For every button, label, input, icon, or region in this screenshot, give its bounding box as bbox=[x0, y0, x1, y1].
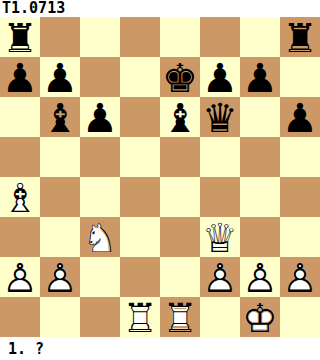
white-pawn-piece-outline: ♙ bbox=[0, 257, 40, 297]
white-king-piece: ♚ bbox=[240, 297, 280, 337]
square-g8[interactable] bbox=[240, 17, 280, 57]
square-h6[interactable]: ♟ bbox=[280, 97, 320, 137]
square-g7[interactable]: ♟ bbox=[240, 57, 280, 97]
square-b2[interactable]: ♟♙ bbox=[40, 257, 80, 297]
square-g4[interactable] bbox=[240, 177, 280, 217]
square-f8[interactable] bbox=[200, 17, 240, 57]
square-b4[interactable] bbox=[40, 177, 80, 217]
square-d7[interactable] bbox=[120, 57, 160, 97]
black-rook-piece: ♜ bbox=[280, 17, 320, 57]
square-d3[interactable] bbox=[120, 217, 160, 257]
square-a5[interactable] bbox=[0, 137, 40, 177]
white-pawn-piece: ♟ bbox=[40, 257, 80, 297]
white-pawn-piece-outline: ♙ bbox=[240, 257, 280, 297]
square-e4[interactable] bbox=[160, 177, 200, 217]
square-g1[interactable]: ♚♔ bbox=[240, 297, 280, 337]
black-pawn-piece: ♟ bbox=[0, 57, 40, 97]
square-e7[interactable]: ♚ bbox=[160, 57, 200, 97]
white-pawn-piece: ♟ bbox=[240, 257, 280, 297]
square-d1[interactable]: ♜♖ bbox=[120, 297, 160, 337]
square-f7[interactable]: ♟ bbox=[200, 57, 240, 97]
white-king-piece-outline: ♔ bbox=[240, 297, 280, 337]
white-pawn-piece: ♟ bbox=[0, 257, 40, 297]
square-g6[interactable] bbox=[240, 97, 280, 137]
white-queen-piece-outline: ♕ bbox=[200, 217, 240, 257]
square-g2[interactable]: ♟♙ bbox=[240, 257, 280, 297]
square-f1[interactable] bbox=[200, 297, 240, 337]
white-rook-piece-outline: ♖ bbox=[120, 297, 160, 337]
white-pawn-piece-outline: ♙ bbox=[40, 257, 80, 297]
white-bishop-piece: ♝ bbox=[0, 177, 40, 217]
black-queen-piece: ♛ bbox=[200, 97, 240, 137]
square-a3[interactable] bbox=[0, 217, 40, 257]
square-a2[interactable]: ♟♙ bbox=[0, 257, 40, 297]
white-knight-piece-outline: ♘ bbox=[80, 217, 120, 257]
square-c1[interactable] bbox=[80, 297, 120, 337]
square-e2[interactable] bbox=[160, 257, 200, 297]
square-f6[interactable]: ♛ bbox=[200, 97, 240, 137]
move-prompt: 1. ? bbox=[0, 340, 44, 358]
white-pawn-piece-outline: ♙ bbox=[200, 257, 240, 297]
square-f2[interactable]: ♟♙ bbox=[200, 257, 240, 297]
square-f4[interactable] bbox=[200, 177, 240, 217]
square-g5[interactable] bbox=[240, 137, 280, 177]
white-queen-piece: ♛ bbox=[200, 217, 240, 257]
square-h8[interactable]: ♜ bbox=[280, 17, 320, 57]
square-e6[interactable]: ♝ bbox=[160, 97, 200, 137]
square-c3[interactable]: ♞♘ bbox=[80, 217, 120, 257]
square-d5[interactable] bbox=[120, 137, 160, 177]
white-rook-piece: ♜ bbox=[120, 297, 160, 337]
white-pawn-piece: ♟ bbox=[200, 257, 240, 297]
square-b5[interactable] bbox=[40, 137, 80, 177]
square-d2[interactable] bbox=[120, 257, 160, 297]
square-e1[interactable]: ♜♖ bbox=[160, 297, 200, 337]
square-e3[interactable] bbox=[160, 217, 200, 257]
square-d4[interactable] bbox=[120, 177, 160, 217]
square-b7[interactable]: ♟ bbox=[40, 57, 80, 97]
chess-board: ♜♜♟♟♚♟♟♝♟♝♛♟♝♗♞♘♛♕♟♙♟♙♟♙♟♙♟♙♜♖♜♖♚♔ bbox=[0, 17, 320, 337]
white-bishop-piece-outline: ♗ bbox=[0, 177, 40, 217]
square-c2[interactable] bbox=[80, 257, 120, 297]
square-b1[interactable] bbox=[40, 297, 80, 337]
white-pawn-piece: ♟ bbox=[280, 257, 320, 297]
black-bishop-piece: ♝ bbox=[40, 97, 80, 137]
black-bishop-piece: ♝ bbox=[160, 97, 200, 137]
square-b6[interactable]: ♝ bbox=[40, 97, 80, 137]
black-pawn-piece: ♟ bbox=[80, 97, 120, 137]
puzzle-header: T1.0713 bbox=[0, 0, 320, 17]
square-d8[interactable] bbox=[120, 17, 160, 57]
move-prompt-bar: 1. ? bbox=[0, 337, 320, 360]
square-c7[interactable] bbox=[80, 57, 120, 97]
square-h2[interactable]: ♟♙ bbox=[280, 257, 320, 297]
black-pawn-piece: ♟ bbox=[40, 57, 80, 97]
square-d6[interactable] bbox=[120, 97, 160, 137]
square-g3[interactable] bbox=[240, 217, 280, 257]
white-knight-piece: ♞ bbox=[80, 217, 120, 257]
square-c8[interactable] bbox=[80, 17, 120, 57]
square-a1[interactable] bbox=[0, 297, 40, 337]
puzzle-id: T1.0713 bbox=[0, 0, 65, 16]
square-e5[interactable] bbox=[160, 137, 200, 177]
square-c4[interactable] bbox=[80, 177, 120, 217]
square-e8[interactable] bbox=[160, 17, 200, 57]
square-c5[interactable] bbox=[80, 137, 120, 177]
black-pawn-piece: ♟ bbox=[240, 57, 280, 97]
square-f3[interactable]: ♛♕ bbox=[200, 217, 240, 257]
square-h1[interactable] bbox=[280, 297, 320, 337]
white-rook-piece-outline: ♖ bbox=[160, 297, 200, 337]
square-a8[interactable]: ♜ bbox=[0, 17, 40, 57]
square-h4[interactable] bbox=[280, 177, 320, 217]
square-b8[interactable] bbox=[40, 17, 80, 57]
square-a4[interactable]: ♝♗ bbox=[0, 177, 40, 217]
black-rook-piece: ♜ bbox=[0, 17, 40, 57]
square-a7[interactable]: ♟ bbox=[0, 57, 40, 97]
white-rook-piece: ♜ bbox=[160, 297, 200, 337]
square-c6[interactable]: ♟ bbox=[80, 97, 120, 137]
black-pawn-piece: ♟ bbox=[200, 57, 240, 97]
white-pawn-piece-outline: ♙ bbox=[280, 257, 320, 297]
square-b3[interactable] bbox=[40, 217, 80, 257]
square-a6[interactable] bbox=[0, 97, 40, 137]
square-h7[interactable] bbox=[280, 57, 320, 97]
square-h5[interactable] bbox=[280, 137, 320, 177]
black-pawn-piece: ♟ bbox=[280, 97, 320, 137]
black-king-piece: ♚ bbox=[160, 57, 200, 97]
square-f5[interactable] bbox=[200, 137, 240, 177]
square-h3[interactable] bbox=[280, 217, 320, 257]
